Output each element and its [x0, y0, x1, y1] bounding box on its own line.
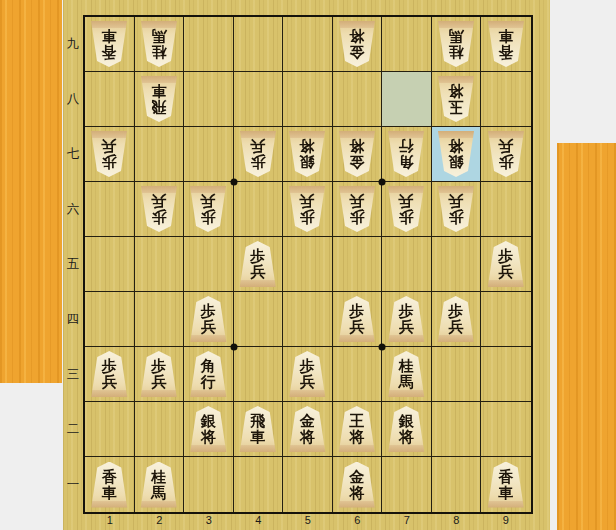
- square-f3-r4[interactable]: 歩兵: [184, 292, 234, 347]
- piece-lance-top[interactable]: 香車: [89, 21, 129, 67]
- square-f3-r7[interactable]: [184, 127, 234, 182]
- piece-kanji: 歩兵: [102, 138, 117, 170]
- piece-kanji: 歩兵: [201, 303, 216, 335]
- rank-label-6: 六: [63, 182, 83, 237]
- piece-kanji: 歩兵: [151, 193, 166, 225]
- piece-kanji: 飛車: [151, 83, 166, 115]
- square-f2-r6[interactable]: 歩兵: [135, 182, 185, 237]
- square-f2-r5[interactable]: [135, 237, 185, 292]
- piece-kanji: 角行: [399, 138, 414, 170]
- piece-kanji: 歩兵: [498, 248, 513, 280]
- piece-kanji: 金将: [300, 413, 315, 445]
- piece-kanji: 歩兵: [399, 303, 414, 335]
- square-f5-r8[interactable]: [283, 72, 333, 127]
- square-f6-r3[interactable]: [333, 347, 383, 402]
- square-f1-r5[interactable]: [85, 237, 135, 292]
- piece-lance-top[interactable]: 香車: [486, 21, 526, 67]
- square-f8-r7[interactable]: 銀将: [432, 127, 482, 182]
- piece-knight-top[interactable]: 桂馬: [436, 21, 476, 67]
- square-f1-r7[interactable]: 歩兵: [85, 127, 135, 182]
- square-f9-r2[interactable]: [481, 402, 531, 457]
- square-f1-r1[interactable]: 香車: [85, 457, 135, 512]
- piece-pawn-bottom[interactable]: 歩兵: [337, 296, 377, 342]
- square-f8-r9[interactable]: 桂馬: [432, 17, 482, 72]
- square-f5-r2[interactable]: 金将: [283, 402, 333, 457]
- file-label-1: 1: [85, 514, 135, 529]
- piece-knight-bottom[interactable]: 桂馬: [386, 351, 426, 397]
- square-f1-r6[interactable]: [85, 182, 135, 237]
- file-label-2: 2: [135, 514, 185, 529]
- square-f4-r1[interactable]: [234, 457, 284, 512]
- square-f8-r8[interactable]: 玉将: [432, 72, 482, 127]
- piece-kanji: 歩兵: [300, 358, 315, 390]
- piece-pawn-top[interactable]: 歩兵: [89, 131, 129, 177]
- file-label-8: 8: [432, 514, 482, 529]
- square-f1-r2[interactable]: [85, 402, 135, 457]
- file-label-9: 9: [481, 514, 531, 529]
- piece-pawn-bottom[interactable]: 歩兵: [89, 351, 129, 397]
- square-f5-r6[interactable]: 歩兵: [283, 182, 333, 237]
- square-f2-r7[interactable]: [135, 127, 185, 182]
- square-f4-r5[interactable]: 歩兵: [234, 237, 284, 292]
- piece-kanji: 金将: [349, 469, 364, 501]
- piece-kanji: 桂馬: [151, 28, 166, 60]
- square-f1-r3[interactable]: 歩兵: [85, 347, 135, 402]
- square-f3-r2[interactable]: 銀将: [184, 402, 234, 457]
- square-f7-r2[interactable]: 銀将: [382, 402, 432, 457]
- piece-kanji: 歩兵: [250, 138, 265, 170]
- piece-pawn-top[interactable]: 歩兵: [139, 186, 179, 232]
- piece-silver-general-top[interactable]: 銀将: [287, 131, 327, 177]
- square-f4-r2[interactable]: 飛車: [234, 402, 284, 457]
- piece-pawn-bottom[interactable]: 歩兵: [139, 351, 179, 397]
- square-f7-r1[interactable]: [382, 457, 432, 512]
- square-f2-r9[interactable]: 桂馬: [135, 17, 185, 72]
- square-f8-r5[interactable]: [432, 237, 482, 292]
- piece-kanji: 歩兵: [448, 193, 463, 225]
- file-label-5: 5: [283, 514, 333, 529]
- square-f5-r5[interactable]: [283, 237, 333, 292]
- square-f7-r3[interactable]: 桂馬: [382, 347, 432, 402]
- square-f3-r9[interactable]: [184, 17, 234, 72]
- square-f3-r8[interactable]: [184, 72, 234, 127]
- piece-pawn-top[interactable]: 歩兵: [386, 186, 426, 232]
- shogi-board-grid[interactable]: 香車桂馬金将桂馬香車飛車玉将歩兵歩兵銀将金将角行銀将歩兵歩兵歩兵歩兵歩兵歩兵歩兵…: [83, 15, 533, 514]
- piece-kanji: 玉将: [448, 83, 463, 115]
- square-f8-r1[interactable]: [432, 457, 482, 512]
- square-f4-r6[interactable]: [234, 182, 284, 237]
- piece-kanji: 歩兵: [498, 138, 513, 170]
- square-f6-r9[interactable]: 金将: [333, 17, 383, 72]
- piece-pawn-bottom[interactable]: 歩兵: [486, 241, 526, 287]
- piece-kanji: 飛車: [250, 413, 265, 445]
- piece-gold-general-bottom[interactable]: 金将: [337, 462, 377, 508]
- piece-bishop-top[interactable]: 角行: [386, 131, 426, 177]
- piece-gold-general-top[interactable]: 金将: [337, 131, 377, 177]
- square-f9-r4[interactable]: [481, 292, 531, 347]
- square-f7-r9[interactable]: [382, 17, 432, 72]
- square-f4-r8[interactable]: [234, 72, 284, 127]
- piece-kanji: 歩兵: [201, 193, 216, 225]
- piece-pawn-bottom[interactable]: 歩兵: [436, 296, 476, 342]
- piece-bishop-bottom[interactable]: 角行: [188, 351, 228, 397]
- square-f5-r7[interactable]: 銀将: [283, 127, 333, 182]
- rank-label-4: 四: [63, 292, 83, 347]
- square-f7-r5[interactable]: [382, 237, 432, 292]
- rank-label-9: 九: [63, 17, 83, 72]
- piece-kanji: 香車: [498, 469, 513, 501]
- piece-pawn-top[interactable]: 歩兵: [238, 131, 278, 177]
- square-f7-r6[interactable]: 歩兵: [382, 182, 432, 237]
- piece-pawn-bottom[interactable]: 歩兵: [386, 296, 426, 342]
- piece-pawn-bottom[interactable]: 歩兵: [238, 241, 278, 287]
- file-label-7: 7: [382, 514, 432, 529]
- square-f8-r6[interactable]: 歩兵: [432, 182, 482, 237]
- square-f6-r6[interactable]: 歩兵: [333, 182, 383, 237]
- piece-pawn-top[interactable]: 歩兵: [188, 186, 228, 232]
- piece-pawn-bottom[interactable]: 歩兵: [287, 351, 327, 397]
- square-f5-r1[interactable]: [283, 457, 333, 512]
- piece-kanji: 歩兵: [349, 193, 364, 225]
- piece-kanji: 香車: [102, 469, 117, 501]
- table-wood-left: [0, 0, 62, 383]
- square-f2-r2[interactable]: [135, 402, 185, 457]
- piece-kanji: 角行: [201, 358, 216, 390]
- square-f6-r2[interactable]: 王将: [333, 402, 383, 457]
- square-f8-r3[interactable]: [432, 347, 482, 402]
- square-f5-r9[interactable]: [283, 17, 333, 72]
- piece-lance-bottom[interactable]: 香車: [486, 462, 526, 508]
- piece-kanji: 王将: [349, 413, 364, 445]
- square-f2-r1[interactable]: 桂馬: [135, 457, 185, 512]
- piece-kanji: 金将: [349, 28, 364, 60]
- square-f7-r7[interactable]: 角行: [382, 127, 432, 182]
- square-f5-r3[interactable]: 歩兵: [283, 347, 333, 402]
- piece-kanji: 歩兵: [399, 193, 414, 225]
- square-f9-r3[interactable]: [481, 347, 531, 402]
- piece-silver-general-top[interactable]: 銀将: [436, 131, 476, 177]
- piece-pawn-top[interactable]: 歩兵: [436, 186, 476, 232]
- piece-kanji: 金将: [349, 138, 364, 170]
- piece-silver-general-bottom[interactable]: 銀将: [386, 406, 426, 452]
- piece-kanji: 歩兵: [151, 358, 166, 390]
- piece-rook-top[interactable]: 飛車: [139, 76, 179, 122]
- rank-label-3: 三: [63, 347, 83, 402]
- piece-kanji: 歩兵: [300, 193, 315, 225]
- square-f2-r4[interactable]: [135, 292, 185, 347]
- square-f9-r7[interactable]: 歩兵: [481, 127, 531, 182]
- square-f7-r8[interactable]: [382, 72, 432, 127]
- rank-label-7: 七: [63, 127, 83, 182]
- square-f4-r7[interactable]: 歩兵: [234, 127, 284, 182]
- square-f9-r6[interactable]: [481, 182, 531, 237]
- square-f2-r8[interactable]: 飛車: [135, 72, 185, 127]
- piece-knight-bottom[interactable]: 桂馬: [139, 462, 179, 508]
- piece-king-osho-bottom[interactable]: 王将: [337, 406, 377, 452]
- square-f9-r5[interactable]: 歩兵: [481, 237, 531, 292]
- square-f3-r1[interactable]: [184, 457, 234, 512]
- piece-silver-general-bottom[interactable]: 銀将: [188, 406, 228, 452]
- piece-gold-general-top[interactable]: 金将: [337, 21, 377, 67]
- piece-pawn-top[interactable]: 歩兵: [287, 186, 327, 232]
- piece-rook-bottom[interactable]: 飛車: [238, 406, 278, 452]
- piece-kanji: 歩兵: [448, 303, 463, 335]
- square-f6-r7[interactable]: 金将: [333, 127, 383, 182]
- piece-kanji: 歩兵: [250, 248, 265, 280]
- square-f6-r1[interactable]: 金将: [333, 457, 383, 512]
- square-f4-r9[interactable]: [234, 17, 284, 72]
- square-f8-r4[interactable]: 歩兵: [432, 292, 482, 347]
- square-f9-r8[interactable]: [481, 72, 531, 127]
- piece-lance-bottom[interactable]: 香車: [89, 462, 129, 508]
- file-label-4: 4: [234, 514, 284, 529]
- square-f3-r6[interactable]: 歩兵: [184, 182, 234, 237]
- piece-pawn-top[interactable]: 歩兵: [337, 186, 377, 232]
- square-f3-r3[interactable]: 角行: [184, 347, 234, 402]
- rank-label-1: 一: [63, 457, 83, 512]
- piece-gold-general-bottom[interactable]: 金将: [287, 406, 327, 452]
- piece-kanji: 香車: [102, 28, 117, 60]
- square-f4-r4[interactable]: [234, 292, 284, 347]
- piece-kanji: 銀将: [201, 413, 216, 445]
- piece-kanji: 歩兵: [349, 303, 364, 335]
- square-f3-r5[interactable]: [184, 237, 234, 292]
- square-f9-r9[interactable]: 香車: [481, 17, 531, 72]
- square-f7-r4[interactable]: 歩兵: [382, 292, 432, 347]
- square-f2-r3[interactable]: 歩兵: [135, 347, 185, 402]
- file-label-3: 3: [184, 514, 234, 529]
- piece-knight-top[interactable]: 桂馬: [139, 21, 179, 67]
- piece-pawn-top[interactable]: 歩兵: [486, 131, 526, 177]
- file-label-6: 6: [333, 514, 383, 529]
- piece-king-gyokusho-top[interactable]: 玉将: [436, 76, 476, 122]
- piece-kanji: 香車: [498, 28, 513, 60]
- rank-label-5: 五: [63, 237, 83, 292]
- piece-kanji: 銀将: [448, 138, 463, 170]
- table-wood-right: [557, 143, 616, 530]
- piece-kanji: 桂馬: [399, 358, 414, 390]
- piece-pawn-bottom[interactable]: 歩兵: [188, 296, 228, 342]
- square-f6-r4[interactable]: 歩兵: [333, 292, 383, 347]
- piece-kanji: 桂馬: [448, 28, 463, 60]
- square-f8-r2[interactable]: [432, 402, 482, 457]
- square-f5-r4[interactable]: [283, 292, 333, 347]
- rank-label-8: 八: [63, 72, 83, 127]
- square-f6-r8[interactable]: [333, 72, 383, 127]
- square-f4-r3[interactable]: [234, 347, 284, 402]
- square-f1-r8[interactable]: [85, 72, 135, 127]
- square-f9-r1[interactable]: 香車: [481, 457, 531, 512]
- piece-kanji: 桂馬: [151, 469, 166, 501]
- square-f1-r9[interactable]: 香車: [85, 17, 135, 72]
- piece-kanji: 銀将: [399, 413, 414, 445]
- square-f1-r4[interactable]: [85, 292, 135, 347]
- piece-kanji: 歩兵: [102, 358, 117, 390]
- rank-label-2: 二: [63, 402, 83, 457]
- piece-kanji: 銀将: [300, 138, 315, 170]
- square-f6-r5[interactable]: [333, 237, 383, 292]
